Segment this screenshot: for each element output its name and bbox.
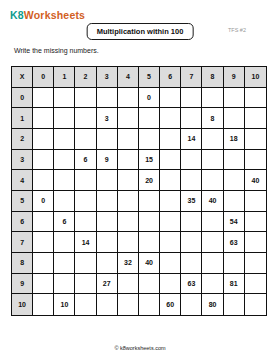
cell-r6-c9: 54 — [224, 212, 245, 233]
cell-r8-c8[interactable] — [202, 253, 223, 274]
cell-r7-c3[interactable] — [97, 232, 118, 253]
row-header-3: 3 — [12, 150, 33, 171]
cell-r2-c4[interactable] — [118, 129, 139, 150]
cell-r4-c4[interactable] — [118, 170, 139, 191]
cell-r7-c8[interactable] — [202, 232, 223, 253]
cell-r8-c3[interactable] — [97, 253, 118, 274]
cell-r6-c3[interactable] — [97, 212, 118, 233]
cell-r10-c9[interactable] — [224, 294, 245, 315]
cell-r1-c9[interactable] — [224, 108, 245, 129]
cell-r8-c6[interactable] — [160, 253, 181, 274]
cell-r4-c6[interactable] — [160, 170, 181, 191]
cell-r9-c5[interactable] — [139, 274, 160, 295]
cell-r4-c0[interactable] — [33, 170, 54, 191]
cell-r2-c8[interactable] — [202, 129, 223, 150]
multiplication-grid: X012345678910001382141836915420405035406… — [11, 66, 267, 316]
cell-r1-c8: 8 — [202, 108, 223, 129]
cell-r2-c9: 18 — [224, 129, 245, 150]
cell-r1-c7[interactable] — [181, 108, 202, 129]
cell-r3-c10[interactable] — [245, 150, 266, 171]
cell-r7-c7[interactable] — [181, 232, 202, 253]
cell-r6-c7[interactable] — [181, 212, 202, 233]
cell-r1-c5[interactable] — [139, 108, 160, 129]
cell-r3-c9[interactable] — [224, 150, 245, 171]
logo-worksheets-text: Worksheets — [24, 9, 85, 21]
row-header-0: 0 — [12, 88, 33, 109]
row-header-10: 10 — [12, 294, 33, 315]
cell-r5-c6[interactable] — [160, 191, 181, 212]
row-header-8: 8 — [12, 253, 33, 274]
col-header-2: 2 — [75, 67, 96, 88]
cell-r4-c9[interactable] — [224, 170, 245, 191]
cell-r10-c1: 10 — [54, 294, 75, 315]
cell-r2-c0[interactable] — [33, 129, 54, 150]
cell-r2-c1[interactable] — [54, 129, 75, 150]
cell-r6-c0[interactable] — [33, 212, 54, 233]
cell-r8-c4: 32 — [118, 253, 139, 274]
cell-r1-c4[interactable] — [118, 108, 139, 129]
cell-r5-c10[interactable] — [245, 191, 266, 212]
cell-r8-c5: 40 — [139, 253, 160, 274]
cell-r4-c8[interactable] — [202, 170, 223, 191]
cell-r9-c2[interactable] — [75, 274, 96, 295]
cell-r0-c0[interactable] — [33, 88, 54, 109]
cell-r9-c0[interactable] — [33, 274, 54, 295]
cell-r5-c9[interactable] — [224, 191, 245, 212]
row-header-4: 4 — [12, 170, 33, 191]
cell-r0-c8[interactable] — [202, 88, 223, 109]
cell-r0-c10[interactable] — [245, 88, 266, 109]
worksheet-id: TFS #2 — [228, 27, 246, 33]
cell-r3-c0[interactable] — [33, 150, 54, 171]
cell-r9-c4[interactable] — [118, 274, 139, 295]
cell-r1-c1[interactable] — [54, 108, 75, 129]
col-header-10: 10 — [245, 67, 266, 88]
footer-copyright: © k8worksheets.com — [0, 345, 280, 351]
cell-r7-c1[interactable] — [54, 232, 75, 253]
cell-r2-c5[interactable] — [139, 129, 160, 150]
cell-r0-c7[interactable] — [181, 88, 202, 109]
cell-r6-c8[interactable] — [202, 212, 223, 233]
worksheet-title: Multiplication within 100 — [87, 23, 194, 40]
col-header-4: 4 — [118, 67, 139, 88]
row-header-5: 5 — [12, 191, 33, 212]
cell-r5-c5[interactable] — [139, 191, 160, 212]
cell-r6-c10[interactable] — [245, 212, 266, 233]
cell-r3-c1[interactable] — [54, 150, 75, 171]
cell-r2-c6[interactable] — [160, 129, 181, 150]
cell-r10-c10[interactable] — [245, 294, 266, 315]
cell-r4-c10: 40 — [245, 170, 266, 191]
cell-r10-c0[interactable] — [33, 294, 54, 315]
cell-r8-c7[interactable] — [181, 253, 202, 274]
cell-r4-c7[interactable] — [181, 170, 202, 191]
cell-r0-c1[interactable] — [54, 88, 75, 109]
col-header-5: 5 — [139, 67, 160, 88]
cell-r3-c2: 6 — [75, 150, 96, 171]
cell-r4-c1[interactable] — [54, 170, 75, 191]
cell-r5-c7: 35 — [181, 191, 202, 212]
cell-r0-c9[interactable] — [224, 88, 245, 109]
cell-r10-c7[interactable] — [181, 294, 202, 315]
cell-r4-c5: 20 — [139, 170, 160, 191]
col-header-9: 9 — [224, 67, 245, 88]
col-header-3: 3 — [97, 67, 118, 88]
cell-r10-c6: 60 — [160, 294, 181, 315]
k8worksheets-logo: K8Worksheets — [10, 9, 85, 21]
row-header-6: 6 — [12, 212, 33, 233]
cell-r3-c8[interactable] — [202, 150, 223, 171]
cell-r9-c8[interactable] — [202, 274, 223, 295]
col-header-6: 6 — [160, 67, 181, 88]
cell-r0-c3[interactable] — [97, 88, 118, 109]
cell-r0-c6[interactable] — [160, 88, 181, 109]
cell-r6-c2[interactable] — [75, 212, 96, 233]
cell-r10-c5[interactable] — [139, 294, 160, 315]
row-header-7: 7 — [12, 232, 33, 253]
cell-r9-c7: 63 — [181, 274, 202, 295]
cell-r10-c8: 80 — [202, 294, 223, 315]
cell-r4-c3[interactable] — [97, 170, 118, 191]
cell-r10-c2[interactable] — [75, 294, 96, 315]
cell-r9-c1[interactable] — [54, 274, 75, 295]
instruction-text: Write the missing numbers. — [14, 47, 99, 54]
cell-r6-c6[interactable] — [160, 212, 181, 233]
cell-r8-c9[interactable] — [224, 253, 245, 274]
cell-r1-c0[interactable] — [33, 108, 54, 129]
cell-r0-c5: 0 — [139, 88, 160, 109]
row-header-2: 2 — [12, 129, 33, 150]
cell-r10-c3[interactable] — [97, 294, 118, 315]
col-header-7: 7 — [181, 67, 202, 88]
cell-r8-c1[interactable] — [54, 253, 75, 274]
cell-r9-c3: 27 — [97, 274, 118, 295]
cell-r9-c10[interactable] — [245, 274, 266, 295]
cell-r6-c1: 6 — [54, 212, 75, 233]
row-header-1: 1 — [12, 108, 33, 129]
cell-r2-c10[interactable] — [245, 129, 266, 150]
cell-r5-c4[interactable] — [118, 191, 139, 212]
cell-r3-c5: 15 — [139, 150, 160, 171]
cell-r1-c6[interactable] — [160, 108, 181, 129]
cell-r8-c10[interactable] — [245, 253, 266, 274]
cell-r6-c4[interactable] — [118, 212, 139, 233]
cell-r3-c3: 9 — [97, 150, 118, 171]
cell-r2-c2[interactable] — [75, 129, 96, 150]
cell-r3-c6[interactable] — [160, 150, 181, 171]
cell-r9-c9: 81 — [224, 274, 245, 295]
cell-r5-c2[interactable] — [75, 191, 96, 212]
cell-r7-c9: 63 — [224, 232, 245, 253]
cell-r1-c10[interactable] — [245, 108, 266, 129]
cell-r1-c3: 3 — [97, 108, 118, 129]
cell-r7-c4[interactable] — [118, 232, 139, 253]
cell-r5-c8: 40 — [202, 191, 223, 212]
cell-r7-c0[interactable] — [33, 232, 54, 253]
cell-r0-c4[interactable] — [118, 88, 139, 109]
cell-r2-c3[interactable] — [97, 129, 118, 150]
cell-r3-c7[interactable] — [181, 150, 202, 171]
cell-r4-c2[interactable] — [75, 170, 96, 191]
cell-r7-c5[interactable] — [139, 232, 160, 253]
cell-r6-c5[interactable] — [139, 212, 160, 233]
cell-r7-c10[interactable] — [245, 232, 266, 253]
grid-corner-x: X — [12, 67, 33, 88]
row-header-9: 9 — [12, 274, 33, 295]
col-header-1: 1 — [54, 67, 75, 88]
cell-r1-c2[interactable] — [75, 108, 96, 129]
logo-k8-text: K8 — [10, 9, 24, 21]
cell-r7-c2: 14 — [75, 232, 96, 253]
col-header-0: 0 — [33, 67, 54, 88]
cell-r7-c6[interactable] — [160, 232, 181, 253]
cell-r5-c1[interactable] — [54, 191, 75, 212]
cell-r5-c3[interactable] — [97, 191, 118, 212]
cell-r3-c4[interactable] — [118, 150, 139, 171]
cell-r8-c2[interactable] — [75, 253, 96, 274]
cell-r2-c7: 14 — [181, 129, 202, 150]
cell-r0-c2[interactable] — [75, 88, 96, 109]
cell-r5-c0: 0 — [33, 191, 54, 212]
cell-r9-c6[interactable] — [160, 274, 181, 295]
cell-r8-c0[interactable] — [33, 253, 54, 274]
cell-r10-c4[interactable] — [118, 294, 139, 315]
col-header-8: 8 — [202, 67, 223, 88]
